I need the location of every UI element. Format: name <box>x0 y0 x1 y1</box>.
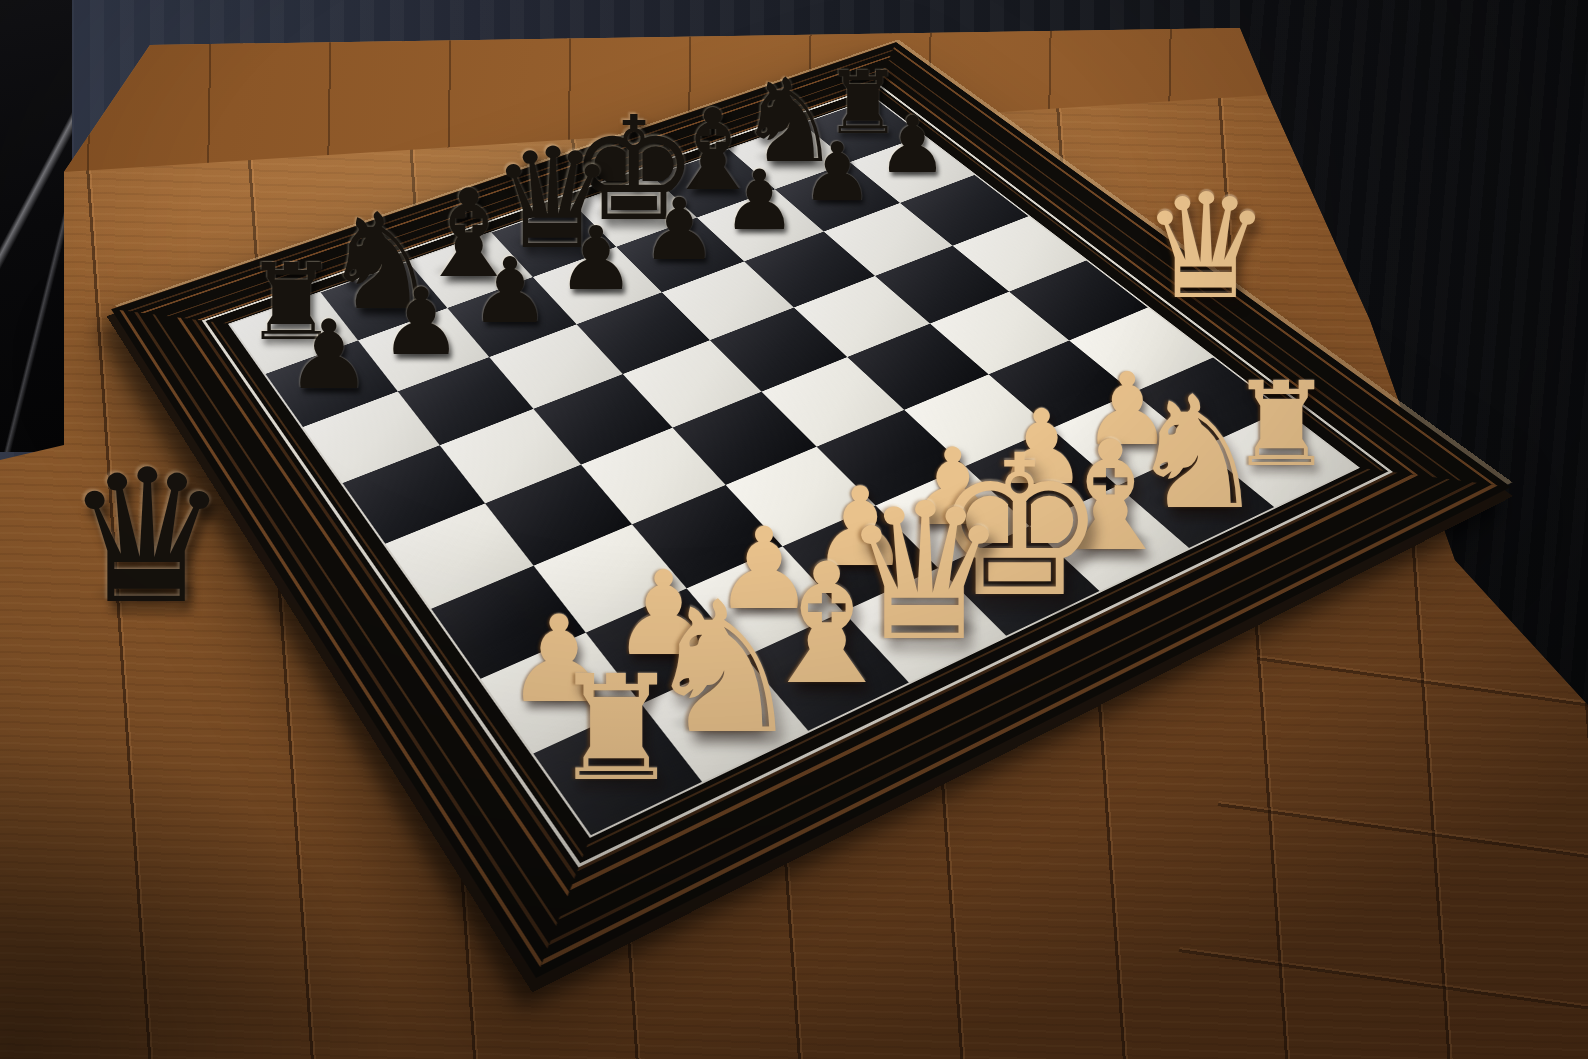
scene: ♜♞♝♛♚♝♞♜♟♟♟♟♟♟♟♟♟♟♟♟♟♟♟♜♞♝♛♚♝♞♜♛♛ <box>0 0 1588 1059</box>
piece-black-pawn-e7[interactable]: ♟ <box>641 187 718 272</box>
spare-queen-white[interactable]: ♛ <box>1141 174 1271 319</box>
piece-white-rook-a1[interactable]: ♜ <box>551 657 681 802</box>
piece-black-pawn-h7[interactable]: ♟ <box>877 106 947 185</box>
piece-black-pawn-f7[interactable]: ♟ <box>722 159 796 242</box>
piece-black-pawn-c7[interactable]: ♟ <box>470 245 551 335</box>
piece-black-pawn-g7[interactable]: ♟ <box>801 132 873 213</box>
spare-queen-black[interactable]: ♛ <box>64 446 229 631</box>
piece-black-pawn-d7[interactable]: ♟ <box>557 216 636 304</box>
piece-black-pawn-a7[interactable]: ♟ <box>286 308 372 404</box>
piece-black-pawn-b7[interactable]: ♟ <box>380 276 463 369</box>
